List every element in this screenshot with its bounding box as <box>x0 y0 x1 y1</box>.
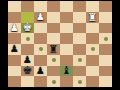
square-f2[interactable] <box>73 66 86 77</box>
square-d8[interactable] <box>47 1 60 12</box>
square-a5[interactable] <box>8 33 21 44</box>
square-e1[interactable] <box>60 76 73 87</box>
white-pawn[interactable]: ♟ <box>10 23 19 33</box>
square-e2[interactable]: ♝ <box>60 66 73 77</box>
square-d2[interactable] <box>47 66 60 77</box>
square-d1[interactable] <box>47 76 60 87</box>
square-d3[interactable] <box>47 55 60 66</box>
square-b6[interactable]: ♚ <box>21 23 34 34</box>
square-h3[interactable] <box>99 55 112 66</box>
square-a8[interactable] <box>8 1 21 12</box>
move-dot[interactable] <box>52 58 56 62</box>
square-c3[interactable] <box>34 55 47 66</box>
square-e3[interactable] <box>60 55 73 66</box>
square-c8[interactable] <box>34 1 47 12</box>
square-f6[interactable] <box>73 23 86 34</box>
move-dot[interactable] <box>39 47 43 51</box>
square-h6[interactable] <box>99 23 112 34</box>
square-f4[interactable] <box>73 44 86 55</box>
black-pawn[interactable]: ♟ <box>23 55 32 65</box>
move-dot[interactable] <box>78 58 82 62</box>
square-c7[interactable]: ♟ <box>34 12 47 23</box>
square-e4[interactable] <box>60 44 73 55</box>
square-c1[interactable] <box>34 76 47 87</box>
square-g5[interactable] <box>86 33 99 44</box>
square-b4[interactable] <box>21 44 34 55</box>
square-b5[interactable] <box>21 33 34 44</box>
square-g2[interactable] <box>86 66 99 77</box>
square-b2[interactable]: ♚ <box>21 66 34 77</box>
square-g1[interactable] <box>86 76 99 87</box>
square-h8[interactable] <box>99 1 112 12</box>
square-a2[interactable] <box>8 66 21 77</box>
square-h1[interactable] <box>99 76 112 87</box>
square-c2[interactable]: ♟ <box>34 66 47 77</box>
square-d6[interactable] <box>47 23 60 34</box>
square-e6[interactable] <box>60 23 73 34</box>
white-pawn[interactable]: ♟ <box>36 12 45 22</box>
square-a1[interactable] <box>8 76 21 87</box>
square-h4[interactable] <box>99 44 112 55</box>
black-rook[interactable]: ♜ <box>49 44 59 55</box>
square-g8[interactable] <box>86 1 99 12</box>
square-e8[interactable] <box>60 1 73 12</box>
square-g3[interactable] <box>86 55 99 66</box>
video-frame: ♟♜♟♚♟♜♟♚♟♝ <box>0 0 120 90</box>
square-a4[interactable]: ♟ <box>8 44 21 55</box>
square-b3[interactable]: ♟ <box>21 55 34 66</box>
square-f5[interactable] <box>73 33 86 44</box>
white-king[interactable]: ♚ <box>23 23 33 34</box>
square-c4[interactable] <box>34 44 47 55</box>
square-d5[interactable] <box>47 33 60 44</box>
square-e7[interactable] <box>60 12 73 23</box>
square-b8[interactable] <box>21 1 34 12</box>
square-f3[interactable] <box>73 55 86 66</box>
square-f7[interactable] <box>73 12 86 23</box>
black-king[interactable]: ♚ <box>23 66 33 77</box>
move-dot[interactable] <box>26 37 30 41</box>
move-dot[interactable] <box>91 47 95 51</box>
move-dot[interactable] <box>52 80 56 84</box>
square-d7[interactable] <box>47 12 60 23</box>
square-a7[interactable] <box>8 12 21 23</box>
square-g4[interactable] <box>86 44 99 55</box>
square-c6[interactable] <box>34 23 47 34</box>
square-e5[interactable] <box>60 33 73 44</box>
black-pawn[interactable]: ♟ <box>10 44 19 54</box>
square-d4[interactable]: ♜ <box>47 44 60 55</box>
square-a3[interactable] <box>8 55 21 66</box>
square-g7[interactable]: ♜ <box>86 12 99 23</box>
square-f1[interactable] <box>73 76 86 87</box>
square-h7[interactable] <box>99 12 112 23</box>
square-c5[interactable] <box>34 33 47 44</box>
square-a6[interactable]: ♟ <box>8 23 21 34</box>
square-g6[interactable] <box>86 23 99 34</box>
square-h5[interactable] <box>99 33 112 44</box>
black-bishop[interactable]: ♝ <box>62 66 72 77</box>
square-b7[interactable] <box>21 12 34 23</box>
square-f8[interactable] <box>73 1 86 12</box>
move-dot[interactable] <box>104 37 108 41</box>
move-dot[interactable] <box>78 80 82 84</box>
chess-board[interactable]: ♟♜♟♚♟♜♟♚♟♝ <box>8 1 112 87</box>
white-rook[interactable]: ♜ <box>88 12 98 23</box>
square-h2[interactable] <box>99 66 112 77</box>
black-pawn[interactable]: ♟ <box>36 66 45 76</box>
square-b1[interactable] <box>21 76 34 87</box>
